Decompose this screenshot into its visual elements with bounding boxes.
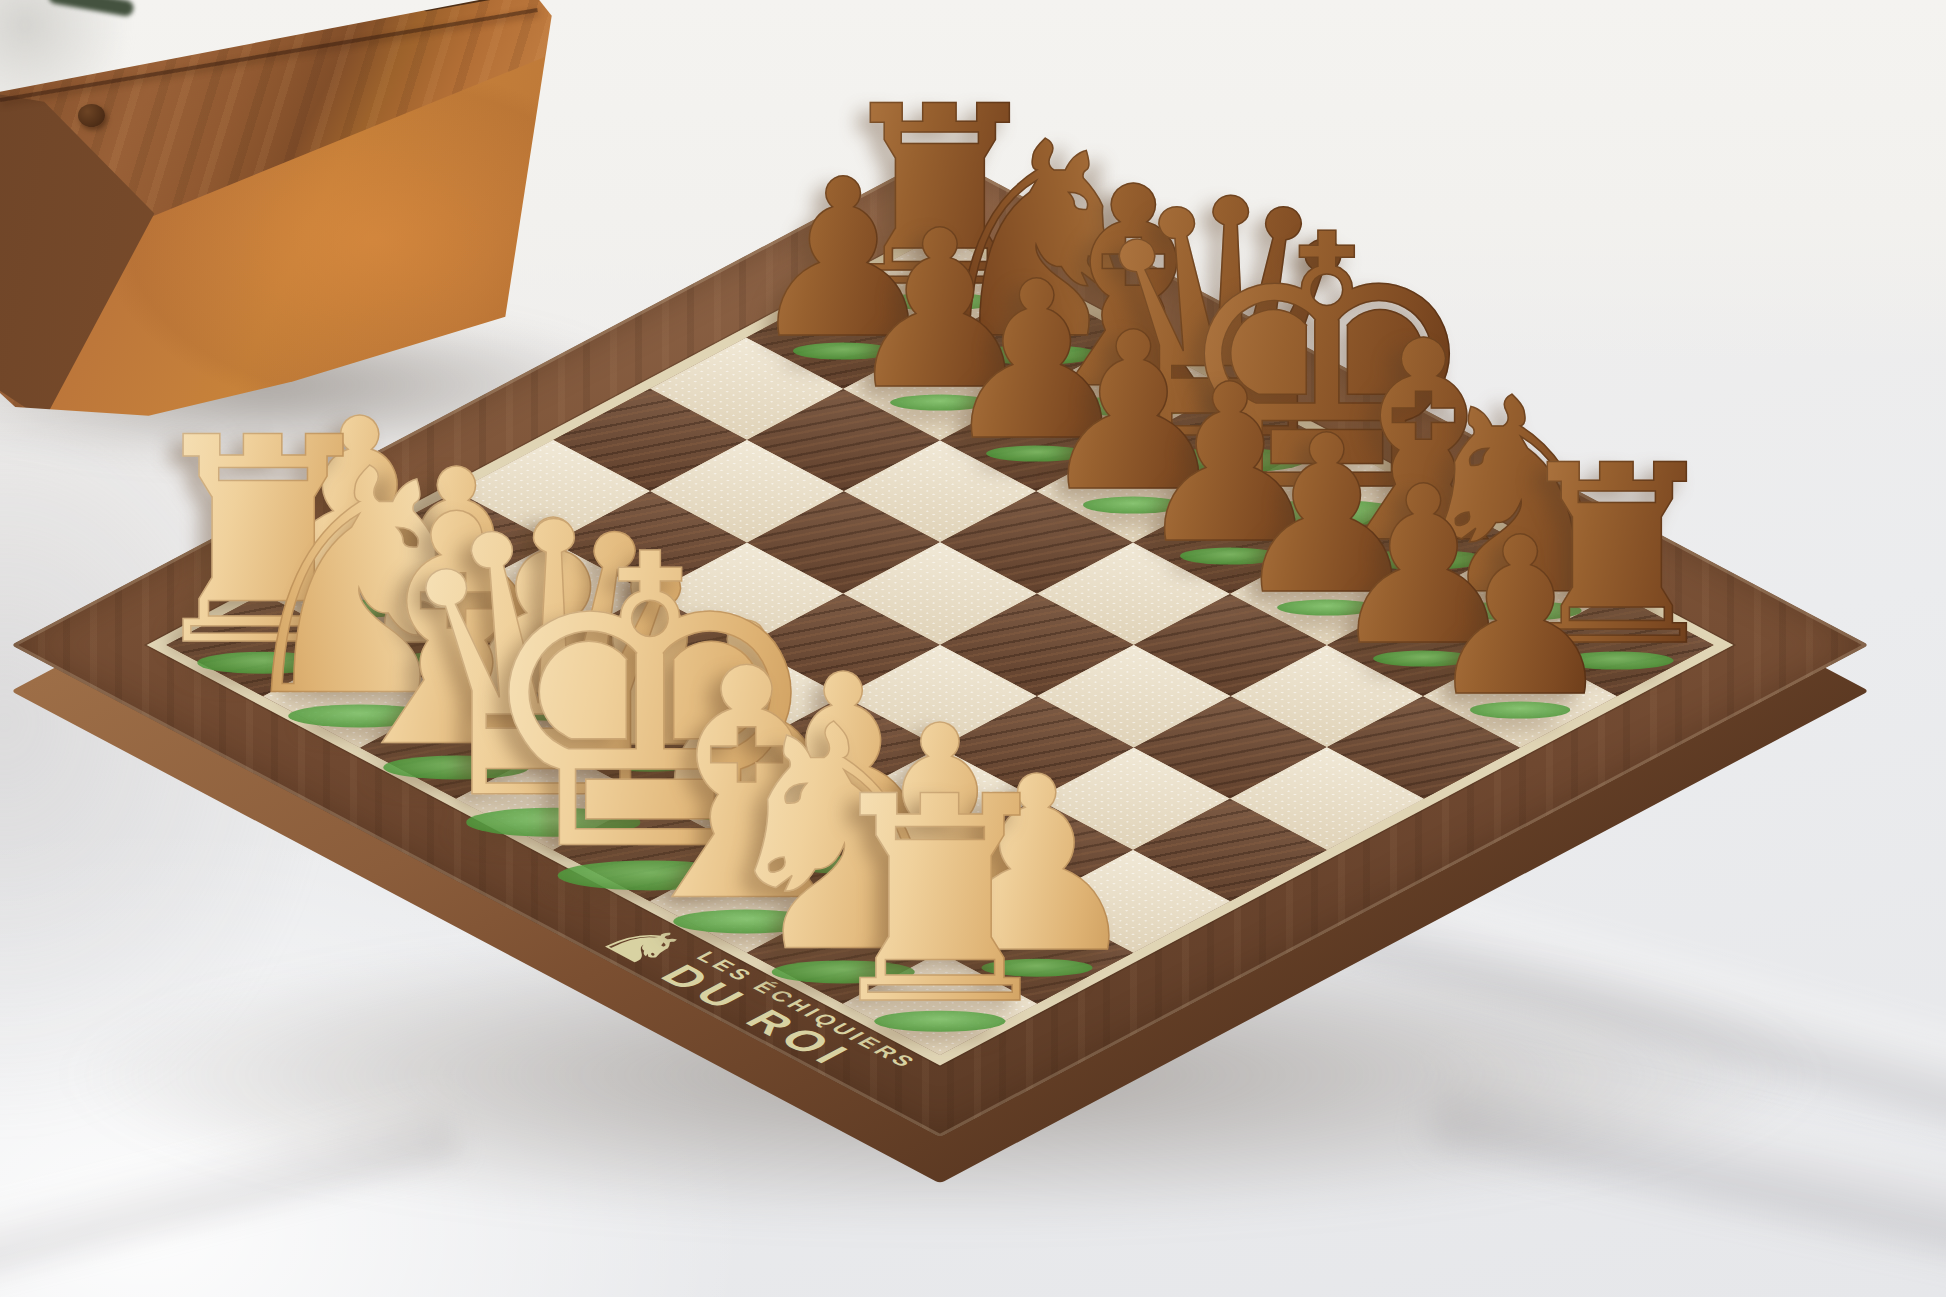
black-pawn-h7: ♟ [1422, 509, 1617, 727]
photo-scene: ♞ LES ÉCHIQUIERS DU ROI ♜♞♝♛♚♝♞♜♟♟♟♟♟♟♟♟… [0, 0, 1946, 1297]
white-rook-h1: ♜ [813, 759, 1068, 1043]
pieces-layer: ♜♞♝♛♚♝♞♜♟♟♟♟♟♟♟♟♟♟♟♟♟♟♟♟♜♞♝♛♚♝♞♜ [0, 0, 1946, 1297]
